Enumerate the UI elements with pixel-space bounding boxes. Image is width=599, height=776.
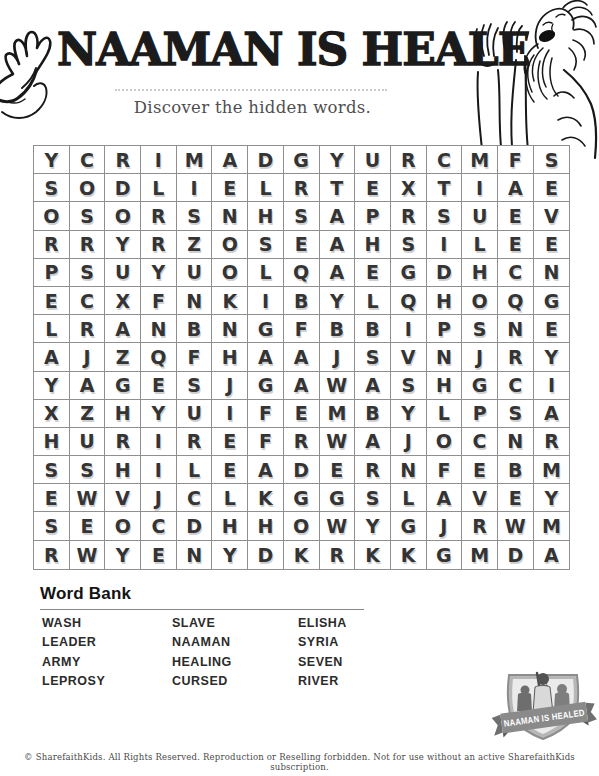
- grid-cell[interactable]: A: [320, 231, 356, 259]
- word-bank-column: SLAVENAAMANHEALINGCURSED: [172, 616, 298, 693]
- word-bank-word: WASH: [42, 616, 172, 635]
- grid-cell[interactable]: H: [248, 512, 284, 540]
- grid-cell[interactable]: R: [34, 541, 70, 569]
- grid-cell[interactable]: R: [534, 428, 570, 456]
- grid-cell[interactable]: N: [391, 456, 427, 484]
- grid-cell[interactable]: S: [534, 146, 570, 174]
- grid-cell[interactable]: R: [284, 428, 320, 456]
- grid-cell[interactable]: J: [391, 428, 427, 456]
- grid-cell[interactable]: Q: [141, 343, 177, 371]
- grid-cell[interactable]: O: [34, 202, 70, 230]
- grid-cell[interactable]: I: [141, 456, 177, 484]
- grid-cell[interactable]: S: [177, 202, 213, 230]
- grid-cell[interactable]: G: [248, 315, 284, 343]
- grid-cell[interactable]: G: [284, 146, 320, 174]
- grid-cell[interactable]: N: [177, 541, 213, 569]
- word-bank-word: ARMY: [42, 655, 172, 674]
- grid-cell[interactable]: A: [248, 456, 284, 484]
- grid-cell[interactable]: G: [462, 372, 498, 400]
- grid-cell[interactable]: A: [355, 428, 391, 456]
- grid-cell[interactable]: C: [70, 146, 106, 174]
- grid-cell[interactable]: O: [427, 428, 463, 456]
- grid-cell[interactable]: C: [498, 259, 534, 287]
- grid-cell[interactable]: W: [320, 372, 356, 400]
- grid-cell[interactable]: K: [391, 541, 427, 569]
- worksheet-page: NAAMAN IS HEALED Discover the hidden wor…: [0, 0, 599, 776]
- grid-cell[interactable]: T: [320, 174, 356, 202]
- grid-cell[interactable]: L: [355, 287, 391, 315]
- grid-cell[interactable]: G: [320, 484, 356, 512]
- word-bank-word: SYRIA: [298, 635, 428, 654]
- word-bank-word: ELISHA: [298, 616, 428, 635]
- grid-cell[interactable]: O: [212, 259, 248, 287]
- grid-cell[interactable]: M: [534, 456, 570, 484]
- grid-cell[interactable]: D: [177, 512, 213, 540]
- grid-cell[interactable]: X: [391, 174, 427, 202]
- grid-cell[interactable]: X: [34, 400, 70, 428]
- grid-cell[interactable]: V: [534, 202, 570, 230]
- grid-cell[interactable]: S: [70, 202, 106, 230]
- grid-cell[interactable]: B: [284, 287, 320, 315]
- grid-cell[interactable]: N: [212, 202, 248, 230]
- grid-cell[interactable]: S: [70, 456, 106, 484]
- grid-cell[interactable]: E: [355, 259, 391, 287]
- grid-cell[interactable]: B: [498, 456, 534, 484]
- grid-cell[interactable]: R: [141, 202, 177, 230]
- grid-cell[interactable]: O: [105, 202, 141, 230]
- grid-cell[interactable]: O: [70, 174, 106, 202]
- grid-cell[interactable]: Y: [355, 512, 391, 540]
- grid-cell[interactable]: F: [177, 343, 213, 371]
- grid-cell[interactable]: U: [105, 259, 141, 287]
- grid-cell[interactable]: P: [34, 259, 70, 287]
- grid-cell[interactable]: W: [70, 484, 106, 512]
- grid-cell[interactable]: S: [498, 400, 534, 428]
- grid-cell[interactable]: E: [284, 231, 320, 259]
- grid-cell[interactable]: Q: [391, 287, 427, 315]
- grid-cell[interactable]: H: [212, 343, 248, 371]
- grid-cell[interactable]: R: [391, 202, 427, 230]
- grid-cell[interactable]: Y: [320, 146, 356, 174]
- grid-cell[interactable]: L: [391, 484, 427, 512]
- grid-cell[interactable]: A: [498, 174, 534, 202]
- word-bank-word: RIVER: [298, 674, 428, 693]
- grid-cell[interactable]: A: [70, 372, 106, 400]
- grid-cell[interactable]: E: [534, 315, 570, 343]
- grid-cell[interactable]: T: [427, 174, 463, 202]
- grid-cell[interactable]: F: [427, 456, 463, 484]
- grid-cell[interactable]: R: [70, 231, 106, 259]
- grid-cell[interactable]: E: [34, 484, 70, 512]
- grid-cell[interactable]: H: [105, 456, 141, 484]
- word-bank-word: SEVEN: [298, 655, 428, 674]
- grid-cell[interactable]: W: [70, 541, 106, 569]
- grid-cell[interactable]: J: [141, 484, 177, 512]
- grid-cell[interactable]: U: [70, 428, 106, 456]
- grid-cell[interactable]: Y: [105, 231, 141, 259]
- grid-cell[interactable]: K: [284, 541, 320, 569]
- grid-cell[interactable]: B: [355, 315, 391, 343]
- grid-cell[interactable]: R: [141, 231, 177, 259]
- grid-cell[interactable]: L: [177, 456, 213, 484]
- grid-cell[interactable]: I: [141, 146, 177, 174]
- grid-cell[interactable]: R: [391, 146, 427, 174]
- grid-cell[interactable]: J: [320, 343, 356, 371]
- word-bank-word: LEPROSY: [42, 674, 172, 693]
- grid-cell[interactable]: E: [284, 400, 320, 428]
- grid-cell[interactable]: Y: [212, 541, 248, 569]
- grid-cell[interactable]: R: [105, 428, 141, 456]
- grid-cell[interactable]: G: [284, 484, 320, 512]
- grid-cell[interactable]: S: [391, 372, 427, 400]
- grid-cell[interactable]: A: [320, 259, 356, 287]
- grid-cell[interactable]: U: [177, 259, 213, 287]
- grid-cell[interactable]: L: [141, 174, 177, 202]
- grid-cell[interactable]: P: [427, 315, 463, 343]
- grid-cell[interactable]: O: [284, 512, 320, 540]
- grid-cell[interactable]: I: [391, 315, 427, 343]
- grid-cell[interactable]: H: [462, 259, 498, 287]
- grid-cell[interactable]: S: [177, 372, 213, 400]
- grid-cell[interactable]: W: [320, 512, 356, 540]
- grid-cell[interactable]: I: [141, 428, 177, 456]
- grid-cell[interactable]: R: [320, 541, 356, 569]
- grid-cell[interactable]: I: [177, 174, 213, 202]
- grid-cell[interactable]: I: [248, 287, 284, 315]
- grid-cell[interactable]: I: [462, 174, 498, 202]
- grid-cell[interactable]: E: [498, 202, 534, 230]
- grid-cell[interactable]: D: [248, 146, 284, 174]
- grid-cell[interactable]: R: [105, 146, 141, 174]
- grid-cell[interactable]: X: [105, 287, 141, 315]
- grid-cell[interactable]: E: [212, 428, 248, 456]
- grid-cell[interactable]: F: [248, 428, 284, 456]
- grid-cell[interactable]: G: [427, 541, 463, 569]
- grid-cell[interactable]: E: [462, 456, 498, 484]
- grid-cell[interactable]: U: [355, 146, 391, 174]
- grid-cell[interactable]: G: [534, 287, 570, 315]
- grid-cell[interactable]: S: [355, 343, 391, 371]
- grid-cell[interactable]: H: [248, 202, 284, 230]
- grid-cell[interactable]: K: [355, 541, 391, 569]
- grid-cell[interactable]: E: [320, 456, 356, 484]
- badge-emblem: NAAMAN IS HEALED: [489, 663, 597, 751]
- grid-cell[interactable]: Y: [34, 372, 70, 400]
- grid-cell[interactable]: A: [34, 343, 70, 371]
- grid-cell[interactable]: H: [34, 428, 70, 456]
- grid-cell[interactable]: Y: [34, 146, 70, 174]
- grid-cell[interactable]: R: [177, 428, 213, 456]
- grid-cell[interactable]: V: [105, 484, 141, 512]
- grid-cell[interactable]: L: [427, 400, 463, 428]
- grid-cell[interactable]: O: [105, 512, 141, 540]
- grid-cell[interactable]: D: [498, 541, 534, 569]
- grid-cell[interactable]: A: [248, 343, 284, 371]
- word-bank-underline: [40, 609, 364, 610]
- grid-cell[interactable]: H: [427, 372, 463, 400]
- word-bank-word: NAAMAN: [172, 635, 298, 654]
- grid-cell[interactable]: F: [284, 315, 320, 343]
- grid-cell[interactable]: A: [534, 400, 570, 428]
- word-bank-word: LEADER: [42, 635, 172, 654]
- grid-cell[interactable]: Z: [105, 343, 141, 371]
- grid-cell[interactable]: C: [70, 287, 106, 315]
- grid-cell[interactable]: C: [427, 146, 463, 174]
- grid-cell[interactable]: N: [498, 428, 534, 456]
- grid-cell[interactable]: E: [141, 541, 177, 569]
- grid-cell[interactable]: F: [141, 287, 177, 315]
- grid-cell[interactable]: A: [284, 372, 320, 400]
- grid-cell[interactable]: D: [105, 174, 141, 202]
- grid-cell[interactable]: M: [320, 400, 356, 428]
- grid-cell[interactable]: R: [34, 231, 70, 259]
- grid-cell[interactable]: P: [355, 202, 391, 230]
- divider: [115, 89, 387, 91]
- grid-cell[interactable]: I: [534, 372, 570, 400]
- grid-cell[interactable]: G: [105, 372, 141, 400]
- grid-cell[interactable]: G: [391, 512, 427, 540]
- grid-cell[interactable]: H: [212, 512, 248, 540]
- grid-cell[interactable]: F: [248, 400, 284, 428]
- grid-cell[interactable]: R: [355, 456, 391, 484]
- grid-cell[interactable]: Y: [534, 484, 570, 512]
- grid-cell[interactable]: R: [70, 315, 106, 343]
- grid-cell[interactable]: V: [391, 343, 427, 371]
- word-bank-column: WASHLEADERARMYLEPROSY: [42, 616, 172, 693]
- word-search-grid[interactable]: YCRIMADGYURCMFSSODLIELRTEXTIAEOSORSNHSAP…: [33, 145, 570, 570]
- grid-cell[interactable]: E: [212, 174, 248, 202]
- grid-cell[interactable]: C: [462, 428, 498, 456]
- grid-cell[interactable]: E: [534, 231, 570, 259]
- grid-cell[interactable]: K: [248, 484, 284, 512]
- grid-cell[interactable]: E: [34, 287, 70, 315]
- grid-cell[interactable]: N: [212, 315, 248, 343]
- grid-cell[interactable]: S: [391, 231, 427, 259]
- grid-cell[interactable]: A: [284, 343, 320, 371]
- grid-cell[interactable]: O: [462, 287, 498, 315]
- word-bank-heading: Word Bank: [40, 584, 131, 604]
- grid-cell[interactable]: A: [212, 146, 248, 174]
- grid-cell[interactable]: S: [70, 259, 106, 287]
- grid-cell[interactable]: R: [462, 512, 498, 540]
- grid-cell[interactable]: E: [141, 372, 177, 400]
- grid-cell[interactable]: C: [498, 372, 534, 400]
- grid-cell[interactable]: P: [462, 400, 498, 428]
- grid-cell[interactable]: E: [70, 512, 106, 540]
- grid-cell[interactable]: N: [141, 315, 177, 343]
- grid-cell[interactable]: R: [498, 343, 534, 371]
- grid-cell[interactable]: E: [534, 174, 570, 202]
- grid-cell[interactable]: S: [34, 512, 70, 540]
- grid-cell[interactable]: B: [355, 400, 391, 428]
- grid-cell[interactable]: N: [427, 343, 463, 371]
- grid-cell[interactable]: D: [427, 259, 463, 287]
- grid-cell[interactable]: J: [427, 512, 463, 540]
- praising-man-icon: [468, 0, 599, 160]
- grid-cell[interactable]: J: [70, 343, 106, 371]
- grid-cell[interactable]: L: [248, 174, 284, 202]
- word-bank-word: HEALING: [172, 655, 298, 674]
- grid-cell[interactable]: W: [320, 428, 356, 456]
- grid-cell[interactable]: M: [462, 541, 498, 569]
- grid-cell[interactable]: N: [177, 287, 213, 315]
- grid-cell[interactable]: Z: [70, 400, 106, 428]
- grid-cell[interactable]: M: [462, 146, 498, 174]
- grid-cell[interactable]: L: [248, 259, 284, 287]
- grid-cell[interactable]: I: [212, 400, 248, 428]
- grid-cell[interactable]: V: [462, 484, 498, 512]
- grid-cell[interactable]: G: [248, 372, 284, 400]
- grid-cell[interactable]: H: [105, 400, 141, 428]
- grid-cell[interactable]: J: [212, 372, 248, 400]
- grid-cell[interactable]: G: [391, 259, 427, 287]
- grid-cell[interactable]: F: [498, 146, 534, 174]
- grid-cell[interactable]: L: [212, 484, 248, 512]
- grid-cell[interactable]: U: [462, 202, 498, 230]
- word-bank-column: ELISHASYRIASEVENRIVER: [298, 616, 428, 693]
- grid-cell[interactable]: O: [212, 231, 248, 259]
- grid-cell[interactable]: H: [355, 231, 391, 259]
- grid-cell[interactable]: W: [498, 512, 534, 540]
- grid-cell[interactable]: Q: [284, 259, 320, 287]
- grid-cell[interactable]: C: [141, 512, 177, 540]
- word-bank-word: SLAVE: [172, 616, 298, 635]
- grid-cell[interactable]: S: [34, 456, 70, 484]
- grid-cell[interactable]: H: [427, 287, 463, 315]
- grid-cell[interactable]: R: [284, 174, 320, 202]
- grid-cell[interactable]: Y: [105, 541, 141, 569]
- grid-cell[interactable]: M: [534, 512, 570, 540]
- grid-cell[interactable]: A: [534, 541, 570, 569]
- grid-cell[interactable]: E: [498, 484, 534, 512]
- grid-cell[interactable]: Y: [320, 287, 356, 315]
- subtitle: Discover the hidden words.: [100, 98, 405, 117]
- word-bank-word: CURSED: [172, 674, 298, 693]
- grid-cell[interactable]: Y: [141, 259, 177, 287]
- grid-cell[interactable]: B: [320, 315, 356, 343]
- grid-cell[interactable]: E: [355, 174, 391, 202]
- word-bank-columns: WASHLEADERARMYLEPROSYSLAVENAAMANHEALINGC…: [42, 616, 428, 693]
- grid-cell[interactable]: A: [427, 484, 463, 512]
- grid-cell[interactable]: B: [177, 315, 213, 343]
- grid-cell[interactable]: C: [177, 484, 213, 512]
- grid-cell[interactable]: L: [34, 315, 70, 343]
- grid-cell[interactable]: E: [212, 456, 248, 484]
- grid-cell[interactable]: K: [212, 287, 248, 315]
- grid-cell[interactable]: Y: [534, 343, 570, 371]
- grid-cell[interactable]: S: [284, 202, 320, 230]
- grid-cell[interactable]: Q: [498, 287, 534, 315]
- grid-cell[interactable]: A: [355, 372, 391, 400]
- page-title: NAAMAN IS HEALED: [57, 28, 517, 72]
- grid-cell[interactable]: N: [498, 315, 534, 343]
- grid-cell[interactable]: D: [284, 456, 320, 484]
- grid-cell[interactable]: M: [177, 146, 213, 174]
- grid-cell[interactable]: J: [462, 343, 498, 371]
- grid-cell[interactable]: S: [355, 484, 391, 512]
- grid-cell[interactable]: A: [105, 315, 141, 343]
- grid-cell[interactable]: S: [462, 315, 498, 343]
- grid-cell[interactable]: S: [34, 174, 70, 202]
- copyright-text: © SharefaithKids. All Rights Reserved. R…: [0, 752, 599, 772]
- grid-cell[interactable]: I: [427, 231, 463, 259]
- grid-cell[interactable]: Y: [141, 400, 177, 428]
- grid-cell[interactable]: N: [534, 259, 570, 287]
- grid-cell[interactable]: S: [427, 202, 463, 230]
- grid-cell[interactable]: A: [320, 202, 356, 230]
- grid-cell[interactable]: L: [462, 231, 498, 259]
- grid-cell[interactable]: Z: [177, 231, 213, 259]
- grid-cell[interactable]: Y: [391, 400, 427, 428]
- grid-cell[interactable]: U: [177, 400, 213, 428]
- grid-cell[interactable]: D: [248, 541, 284, 569]
- grid-cell[interactable]: E: [498, 231, 534, 259]
- grid-cell[interactable]: S: [248, 231, 284, 259]
